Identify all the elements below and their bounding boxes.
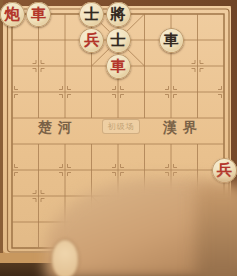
piece-black-chariot-f6r1[interactable]: 車 — [159, 28, 184, 53]
piece-character: 車 — [31, 1, 46, 26]
piece-red-chariot-f4r2[interactable]: 車 — [106, 54, 131, 79]
river-label-chu-he: 楚河 — [38, 119, 78, 137]
piece-red-cannon-f0r0[interactable]: 炮 — [0, 2, 25, 27]
board-frame-left — [0, 0, 3, 276]
piece-black-general-f4r0[interactable]: 將 — [106, 2, 131, 27]
piece-black-advisor-f3r0[interactable]: 士 — [79, 2, 104, 27]
piece-character: 車 — [111, 53, 126, 78]
blur-smudge-right — [196, 186, 237, 276]
piece-character: 士 — [111, 27, 126, 52]
river-label-han-jie: 漢界 — [163, 119, 203, 137]
piece-character: 將 — [111, 1, 126, 26]
piece-character: 士 — [84, 1, 99, 26]
piece-character: 兵 — [84, 27, 99, 52]
piece-character: 兵 — [217, 157, 232, 182]
xiangqi-app-window: 楚河 初级场 漢界 炮車士將兵士車車兵 — [0, 0, 237, 276]
piece-red-soldier-f8r6[interactable]: 兵 — [212, 158, 237, 183]
piece-black-advisor-f4r1[interactable]: 士 — [106, 28, 131, 53]
river-rank-seal: 初级场 — [102, 119, 140, 134]
piece-red-chariot-f1r0[interactable]: 車 — [26, 2, 51, 27]
piece-character: 炮 — [5, 1, 20, 26]
piece-character: 車 — [164, 27, 179, 52]
piece-red-soldier-f3r1[interactable]: 兵 — [79, 28, 104, 53]
blur-thumb-blob — [52, 240, 78, 276]
